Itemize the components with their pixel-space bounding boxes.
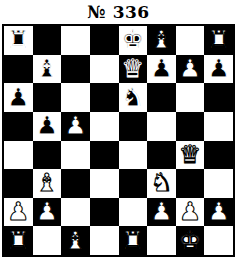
square-h8: ♜ bbox=[204, 26, 233, 55]
piece-white-king: ♚ bbox=[179, 227, 201, 255]
piece-black-pawn: ♟ bbox=[207, 55, 229, 83]
piece-white-pawn: ♟ bbox=[36, 198, 58, 226]
piece-black-bishop: ♝ bbox=[36, 55, 58, 83]
piece-white-rook: ♜ bbox=[7, 227, 29, 255]
piece-white-knight: ♞ bbox=[150, 169, 172, 197]
square-d8 bbox=[90, 26, 119, 55]
square-c4 bbox=[61, 141, 90, 170]
square-c5: ♟ bbox=[61, 112, 90, 141]
square-e2 bbox=[119, 198, 148, 227]
square-g5 bbox=[176, 112, 205, 141]
piece-black-king: ♚ bbox=[122, 26, 144, 54]
square-g4: ♛ bbox=[176, 141, 205, 170]
square-e8: ♚ bbox=[119, 26, 148, 55]
square-d1 bbox=[90, 226, 119, 255]
puzzle-number-title: № 336 bbox=[0, 0, 237, 24]
square-d3 bbox=[90, 169, 119, 198]
square-a4 bbox=[4, 141, 33, 170]
square-a8: ♜ bbox=[4, 26, 33, 55]
square-e5 bbox=[119, 112, 148, 141]
piece-black-pawn: ♟ bbox=[36, 112, 58, 140]
square-b4 bbox=[33, 141, 62, 170]
square-d4 bbox=[90, 141, 119, 170]
piece-white-queen: ♛ bbox=[179, 141, 201, 169]
piece-white-pawn: ♟ bbox=[7, 198, 29, 226]
square-b7: ♝ bbox=[33, 55, 62, 84]
square-e1: ♜ bbox=[119, 226, 148, 255]
square-c8 bbox=[61, 26, 90, 55]
piece-white-pawn: ♟ bbox=[179, 55, 201, 83]
square-g8 bbox=[176, 26, 205, 55]
square-e4 bbox=[119, 141, 148, 170]
square-h2: ♟ bbox=[204, 198, 233, 227]
square-a1: ♜ bbox=[4, 226, 33, 255]
square-b3: ♝ bbox=[33, 169, 62, 198]
square-b6 bbox=[33, 83, 62, 112]
square-g2: ♟ bbox=[176, 198, 205, 227]
piece-white-pawn: ♟ bbox=[64, 112, 86, 140]
square-a6: ♟ bbox=[4, 83, 33, 112]
square-f2: ♟ bbox=[147, 198, 176, 227]
square-c6 bbox=[61, 83, 90, 112]
square-a3 bbox=[4, 169, 33, 198]
square-f1 bbox=[147, 226, 176, 255]
square-d2 bbox=[90, 198, 119, 227]
puzzle-page: № 336 ♜♚♝♜♝♛♟♟♟♟♞♟♟♛♝♞♟♟♟♟♟♜♝♜♚ bbox=[0, 0, 237, 261]
piece-black-rook: ♜ bbox=[7, 26, 29, 54]
square-a7 bbox=[4, 55, 33, 84]
square-h5 bbox=[204, 112, 233, 141]
piece-white-pawn: ♟ bbox=[207, 198, 229, 226]
square-d6 bbox=[90, 83, 119, 112]
piece-black-knight: ♞ bbox=[122, 84, 144, 112]
square-d7 bbox=[90, 55, 119, 84]
square-c2 bbox=[61, 198, 90, 227]
piece-white-rook: ♜ bbox=[122, 227, 144, 255]
square-c1: ♝ bbox=[61, 226, 90, 255]
piece-black-pawn: ♟ bbox=[7, 84, 29, 112]
square-h6 bbox=[204, 83, 233, 112]
square-h4 bbox=[204, 141, 233, 170]
piece-white-pawn: ♟ bbox=[150, 198, 172, 226]
square-f4 bbox=[147, 141, 176, 170]
piece-white-bishop: ♝ bbox=[36, 169, 58, 197]
square-g1: ♚ bbox=[176, 226, 205, 255]
square-e7: ♛ bbox=[119, 55, 148, 84]
square-a5 bbox=[4, 112, 33, 141]
chess-board: ♜♚♝♜♝♛♟♟♟♟♞♟♟♛♝♞♟♟♟♟♟♜♝♜♚ bbox=[2, 24, 235, 257]
piece-black-pawn: ♟ bbox=[150, 55, 172, 83]
square-c3 bbox=[61, 169, 90, 198]
square-b8 bbox=[33, 26, 62, 55]
square-b1 bbox=[33, 226, 62, 255]
square-b5: ♟ bbox=[33, 112, 62, 141]
square-g6 bbox=[176, 83, 205, 112]
piece-white-rook: ♜ bbox=[207, 26, 229, 54]
square-e3 bbox=[119, 169, 148, 198]
square-e6: ♞ bbox=[119, 83, 148, 112]
square-f7: ♟ bbox=[147, 55, 176, 84]
square-d5 bbox=[90, 112, 119, 141]
square-h1 bbox=[204, 226, 233, 255]
piece-black-queen: ♛ bbox=[122, 55, 144, 83]
square-f6 bbox=[147, 83, 176, 112]
square-f5 bbox=[147, 112, 176, 141]
square-g7: ♟ bbox=[176, 55, 205, 84]
square-h7: ♟ bbox=[204, 55, 233, 84]
piece-white-bishop: ♝ bbox=[150, 26, 172, 54]
square-a2: ♟ bbox=[4, 198, 33, 227]
square-c7 bbox=[61, 55, 90, 84]
square-h3 bbox=[204, 169, 233, 198]
piece-white-bishop: ♝ bbox=[64, 227, 86, 255]
square-f8: ♝ bbox=[147, 26, 176, 55]
square-g3 bbox=[176, 169, 205, 198]
square-b2: ♟ bbox=[33, 198, 62, 227]
piece-white-pawn: ♟ bbox=[179, 198, 201, 226]
square-f3: ♞ bbox=[147, 169, 176, 198]
